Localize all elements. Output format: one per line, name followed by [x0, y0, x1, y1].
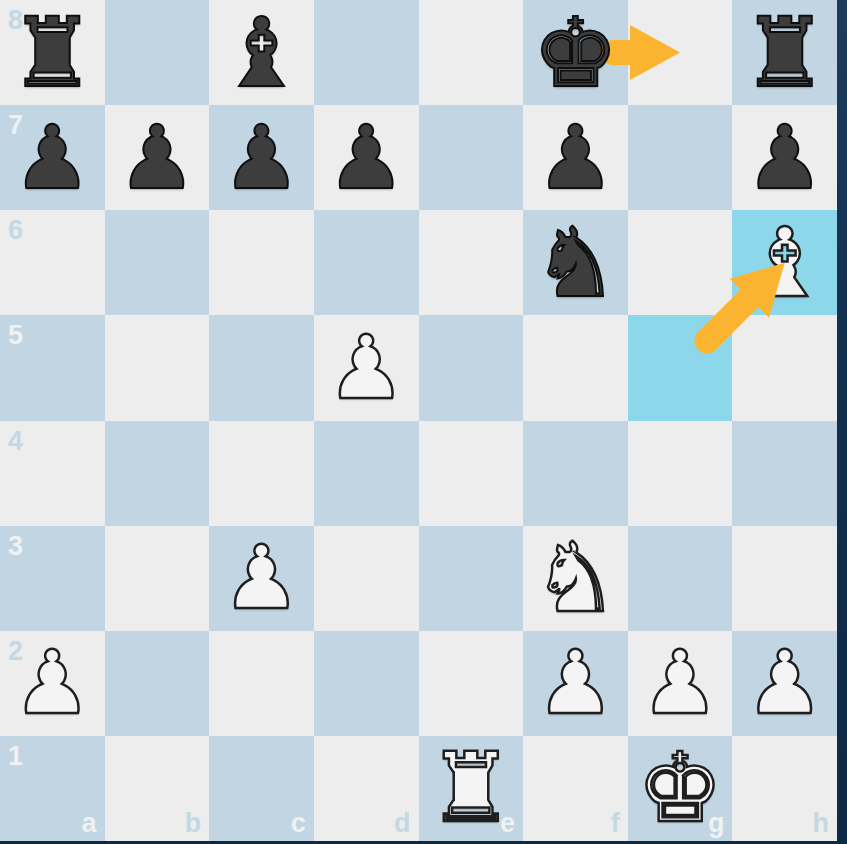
- square-g7[interactable]: [628, 105, 733, 210]
- square-d8[interactable]: [314, 0, 419, 105]
- square-f1[interactable]: f: [523, 736, 628, 841]
- rank-label-5: 5: [8, 320, 23, 351]
- rank-label-1: 1: [8, 741, 23, 772]
- square-f7[interactable]: ♟: [523, 105, 628, 210]
- square-b7[interactable]: ♟: [105, 105, 210, 210]
- square-b8[interactable]: [105, 0, 210, 105]
- square-d2[interactable]: [314, 631, 419, 736]
- square-e1[interactable]: e♜: [419, 736, 524, 841]
- white-pawn[interactable]: ♟: [628, 631, 733, 736]
- file-label-d: d: [394, 808, 411, 839]
- square-e8[interactable]: [419, 0, 524, 105]
- file-label-f: f: [611, 808, 620, 839]
- white-king[interactable]: ♚: [628, 736, 733, 841]
- white-rook[interactable]: ♜: [419, 736, 524, 841]
- square-h3[interactable]: [732, 526, 837, 631]
- black-pawn[interactable]: ♟: [105, 105, 210, 210]
- square-g4[interactable]: [628, 421, 733, 526]
- square-c8[interactable]: ♝: [209, 0, 314, 105]
- black-pawn[interactable]: ♟: [523, 105, 628, 210]
- file-label-h: h: [813, 808, 830, 839]
- square-a4[interactable]: 4: [0, 421, 105, 526]
- square-d5[interactable]: ♟: [314, 315, 419, 420]
- black-king[interactable]: ♚: [523, 0, 628, 105]
- square-e2[interactable]: [419, 631, 524, 736]
- square-h7[interactable]: ♟: [732, 105, 837, 210]
- square-e3[interactable]: [419, 526, 524, 631]
- square-e7[interactable]: [419, 105, 524, 210]
- square-f2[interactable]: ♟: [523, 631, 628, 736]
- square-g5[interactable]: [628, 315, 733, 420]
- file-label-a: a: [82, 808, 97, 839]
- square-f6[interactable]: ♞: [523, 210, 628, 315]
- square-f4[interactable]: [523, 421, 628, 526]
- chess-board-app: 8♜♝♚♜7♟♟♟♟♟♟6♞♝5♟43♟♞2♟♟♟♟1abcde♜fg♚h: [0, 0, 847, 844]
- white-pawn[interactable]: ♟: [732, 631, 837, 736]
- black-pawn[interactable]: ♟: [0, 105, 105, 210]
- square-d1[interactable]: d: [314, 736, 419, 841]
- square-a8[interactable]: 8♜: [0, 0, 105, 105]
- white-bishop[interactable]: ♝: [732, 210, 837, 315]
- square-c2[interactable]: [209, 631, 314, 736]
- square-b5[interactable]: [105, 315, 210, 420]
- square-a1[interactable]: 1a: [0, 736, 105, 841]
- square-h8[interactable]: ♜: [732, 0, 837, 105]
- file-label-b: b: [185, 808, 202, 839]
- square-h2[interactable]: ♟: [732, 631, 837, 736]
- square-d4[interactable]: [314, 421, 419, 526]
- black-knight[interactable]: ♞: [523, 210, 628, 315]
- square-a7[interactable]: 7♟: [0, 105, 105, 210]
- black-pawn[interactable]: ♟: [209, 105, 314, 210]
- square-h6[interactable]: ♝: [732, 210, 837, 315]
- square-f5[interactable]: [523, 315, 628, 420]
- square-a3[interactable]: 3: [0, 526, 105, 631]
- black-rook[interactable]: ♜: [0, 0, 105, 105]
- square-h5[interactable]: [732, 315, 837, 420]
- black-pawn[interactable]: ♟: [732, 105, 837, 210]
- black-rook[interactable]: ♜: [732, 0, 837, 105]
- square-f8[interactable]: ♚: [523, 0, 628, 105]
- square-a6[interactable]: 6: [0, 210, 105, 315]
- white-pawn[interactable]: ♟: [209, 526, 314, 631]
- square-c6[interactable]: [209, 210, 314, 315]
- file-label-c: c: [291, 808, 306, 839]
- square-g8[interactable]: [628, 0, 733, 105]
- square-e5[interactable]: [419, 315, 524, 420]
- square-g3[interactable]: [628, 526, 733, 631]
- square-b1[interactable]: b: [105, 736, 210, 841]
- square-b3[interactable]: [105, 526, 210, 631]
- black-pawn[interactable]: ♟: [314, 105, 419, 210]
- white-knight[interactable]: ♞: [523, 526, 628, 631]
- black-bishop[interactable]: ♝: [209, 0, 314, 105]
- rank-label-4: 4: [8, 426, 23, 457]
- square-h1[interactable]: h: [732, 736, 837, 841]
- square-c4[interactable]: [209, 421, 314, 526]
- white-pawn[interactable]: ♟: [523, 631, 628, 736]
- square-b4[interactable]: [105, 421, 210, 526]
- square-c7[interactable]: ♟: [209, 105, 314, 210]
- rank-label-3: 3: [8, 531, 23, 562]
- white-pawn[interactable]: ♟: [314, 315, 419, 420]
- rank-label-6: 6: [8, 215, 23, 246]
- square-c5[interactable]: [209, 315, 314, 420]
- square-d3[interactable]: [314, 526, 419, 631]
- white-pawn[interactable]: ♟: [0, 631, 105, 736]
- square-g1[interactable]: g♚: [628, 736, 733, 841]
- square-c3[interactable]: ♟: [209, 526, 314, 631]
- square-c1[interactable]: c: [209, 736, 314, 841]
- square-b6[interactable]: [105, 210, 210, 315]
- square-g2[interactable]: ♟: [628, 631, 733, 736]
- square-b2[interactable]: [105, 631, 210, 736]
- square-a2[interactable]: 2♟: [0, 631, 105, 736]
- square-e4[interactable]: [419, 421, 524, 526]
- chess-board: 8♜♝♚♜7♟♟♟♟♟♟6♞♝5♟43♟♞2♟♟♟♟1abcde♜fg♚h: [0, 0, 837, 841]
- square-e6[interactable]: [419, 210, 524, 315]
- square-g6[interactable]: [628, 210, 733, 315]
- square-f3[interactable]: ♞: [523, 526, 628, 631]
- square-d7[interactable]: ♟: [314, 105, 419, 210]
- square-d6[interactable]: [314, 210, 419, 315]
- square-a5[interactable]: 5: [0, 315, 105, 420]
- square-h4[interactable]: [732, 421, 837, 526]
